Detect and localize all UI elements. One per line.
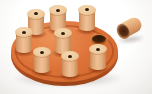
- treat-cup-peg-NE[interactable]: [78, 5, 96, 36]
- pegs-layer: [0, 0, 152, 94]
- treat-cup-peg-S[interactable]: [61, 51, 79, 82]
- treat-cup-peg-SW[interactable]: [33, 47, 51, 78]
- peg-scent-hole-icon: [68, 55, 72, 58]
- treat-cup-peg-SE[interactable]: [89, 44, 107, 75]
- peg-scent-hole-icon: [40, 51, 44, 54]
- treat-cup-peg-W[interactable]: [15, 27, 33, 58]
- peg-scent-hole-icon: [61, 32, 65, 35]
- peg-scent-hole-icon: [22, 31, 26, 34]
- peg-scent-hole-icon: [56, 9, 60, 12]
- scene: [0, 0, 152, 94]
- peg-scent-hole-icon: [34, 12, 38, 15]
- peg-scent-hole-icon: [85, 8, 89, 11]
- peg-scent-hole-icon: [96, 48, 100, 51]
